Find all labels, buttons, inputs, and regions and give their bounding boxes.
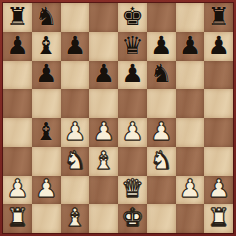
square-e7[interactable]: ♛ <box>118 32 147 61</box>
square-g7[interactable]: ♟ <box>176 32 205 61</box>
black-pawn-d6[interactable]: ♟ <box>92 61 114 86</box>
square-a4[interactable] <box>3 118 32 147</box>
square-f1[interactable] <box>147 204 176 233</box>
square-d8[interactable] <box>89 3 118 32</box>
square-h7[interactable]: ♟ <box>204 32 233 61</box>
square-a5[interactable] <box>3 89 32 118</box>
square-b7[interactable]: ♝ <box>32 32 61 61</box>
black-rook-a8[interactable]: ♜ <box>6 4 28 29</box>
square-g8[interactable] <box>176 3 205 32</box>
square-d6[interactable]: ♟ <box>89 61 118 90</box>
square-d1[interactable] <box>89 204 118 233</box>
square-e3[interactable] <box>118 147 147 176</box>
black-pawn-c7[interactable]: ♟ <box>64 33 86 58</box>
square-h8[interactable]: ♜ <box>204 3 233 32</box>
square-h3[interactable] <box>204 147 233 176</box>
square-c8[interactable] <box>61 3 90 32</box>
square-f2[interactable] <box>147 176 176 205</box>
square-g5[interactable] <box>176 89 205 118</box>
square-e1[interactable]: ♚ <box>118 204 147 233</box>
square-f8[interactable] <box>147 3 176 32</box>
white-bishop-c1[interactable]: ♝ <box>64 205 86 230</box>
square-f5[interactable] <box>147 89 176 118</box>
square-f4[interactable]: ♟ <box>147 118 176 147</box>
square-f3[interactable]: ♞ <box>147 147 176 176</box>
square-h1[interactable]: ♜ <box>204 204 233 233</box>
black-queen-e7[interactable]: ♛ <box>121 33 143 58</box>
white-pawn-b2[interactable]: ♟ <box>35 176 57 201</box>
square-c2[interactable] <box>61 176 90 205</box>
square-g4[interactable] <box>176 118 205 147</box>
square-d4[interactable]: ♟ <box>89 118 118 147</box>
square-a3[interactable] <box>3 147 32 176</box>
black-pawn-h7[interactable]: ♟ <box>207 33 229 58</box>
square-d7[interactable] <box>89 32 118 61</box>
square-h4[interactable] <box>204 118 233 147</box>
white-pawn-c4[interactable]: ♟ <box>64 119 86 144</box>
white-pawn-f4[interactable]: ♟ <box>150 119 172 144</box>
square-g2[interactable]: ♟ <box>176 176 205 205</box>
white-pawn-d4[interactable]: ♟ <box>92 119 114 144</box>
square-c5[interactable] <box>61 89 90 118</box>
square-e8[interactable]: ♚ <box>118 3 147 32</box>
black-pawn-e6[interactable]: ♟ <box>121 61 143 86</box>
square-f6[interactable]: ♞ <box>147 61 176 90</box>
white-knight-f3[interactable]: ♞ <box>150 148 172 173</box>
square-h5[interactable] <box>204 89 233 118</box>
white-pawn-h2[interactable]: ♟ <box>207 176 229 201</box>
square-d2[interactable] <box>89 176 118 205</box>
chess-board-frame: ♜♞♚♜♟♝♟♛♟♟♟♟♟♟♞♝♟♟♟♟♞♝♞♟♟♛♟♟♜♝♚♜ <box>0 0 236 236</box>
square-g3[interactable] <box>176 147 205 176</box>
square-d5[interactable] <box>89 89 118 118</box>
square-a8[interactable]: ♜ <box>3 3 32 32</box>
white-queen-e2[interactable]: ♛ <box>121 176 143 201</box>
white-knight-c3[interactable]: ♞ <box>64 148 86 173</box>
square-b6[interactable]: ♟ <box>32 61 61 90</box>
square-e5[interactable] <box>118 89 147 118</box>
square-a6[interactable] <box>3 61 32 90</box>
black-knight-b8[interactable]: ♞ <box>35 4 57 29</box>
chess-board: ♜♞♚♜♟♝♟♛♟♟♟♟♟♟♞♝♟♟♟♟♞♝♞♟♟♛♟♟♜♝♚♜ <box>3 3 233 233</box>
square-b1[interactable] <box>32 204 61 233</box>
square-h2[interactable]: ♟ <box>204 176 233 205</box>
black-bishop-b4[interactable]: ♝ <box>35 119 57 144</box>
square-d3[interactable]: ♝ <box>89 147 118 176</box>
square-c6[interactable] <box>61 61 90 90</box>
square-e2[interactable]: ♛ <box>118 176 147 205</box>
white-rook-h1[interactable]: ♜ <box>207 205 229 230</box>
black-pawn-f7[interactable]: ♟ <box>150 33 172 58</box>
white-rook-a1[interactable]: ♜ <box>6 205 28 230</box>
square-a2[interactable]: ♟ <box>3 176 32 205</box>
square-b8[interactable]: ♞ <box>32 3 61 32</box>
square-e4[interactable]: ♟ <box>118 118 147 147</box>
square-f7[interactable]: ♟ <box>147 32 176 61</box>
white-bishop-d3[interactable]: ♝ <box>92 148 114 173</box>
black-pawn-b6[interactable]: ♟ <box>35 61 57 86</box>
black-pawn-a7[interactable]: ♟ <box>6 33 28 58</box>
square-c1[interactable]: ♝ <box>61 204 90 233</box>
square-c4[interactable]: ♟ <box>61 118 90 147</box>
square-c3[interactable]: ♞ <box>61 147 90 176</box>
square-e6[interactable]: ♟ <box>118 61 147 90</box>
black-pawn-g7[interactable]: ♟ <box>179 33 201 58</box>
square-b2[interactable]: ♟ <box>32 176 61 205</box>
black-rook-h8[interactable]: ♜ <box>207 4 229 29</box>
square-b3[interactable] <box>32 147 61 176</box>
square-g6[interactable] <box>176 61 205 90</box>
black-bishop-b7[interactable]: ♝ <box>35 33 57 58</box>
white-king-e1[interactable]: ♚ <box>121 205 143 230</box>
square-b5[interactable] <box>32 89 61 118</box>
square-a1[interactable]: ♜ <box>3 204 32 233</box>
white-pawn-e4[interactable]: ♟ <box>121 119 143 144</box>
black-king-e8[interactable]: ♚ <box>121 4 143 29</box>
black-knight-f6[interactable]: ♞ <box>150 61 172 86</box>
square-h6[interactable] <box>204 61 233 90</box>
square-a7[interactable]: ♟ <box>3 32 32 61</box>
square-c7[interactable]: ♟ <box>61 32 90 61</box>
square-g1[interactable] <box>176 204 205 233</box>
white-pawn-g2[interactable]: ♟ <box>179 176 201 201</box>
square-b4[interactable]: ♝ <box>32 118 61 147</box>
white-pawn-a2[interactable]: ♟ <box>6 176 28 201</box>
